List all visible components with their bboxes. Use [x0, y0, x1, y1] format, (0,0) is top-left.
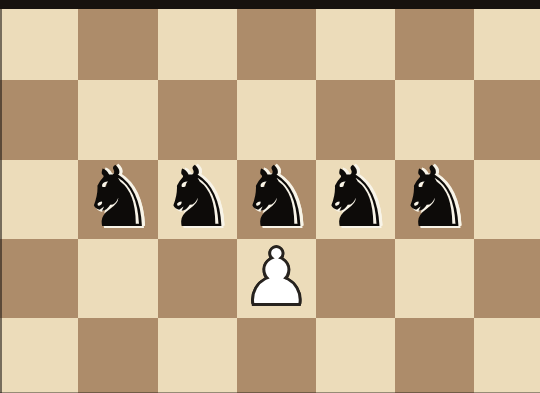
square-a8[interactable]	[0, 9, 78, 80]
square-a7[interactable]	[0, 80, 78, 160]
square-g4[interactable]	[474, 318, 540, 393]
chessboard-viewport: ♞♞♞♞♞♟	[0, 0, 540, 393]
square-d4[interactable]	[237, 318, 316, 393]
white-pawn-d5[interactable]: ♟	[242, 238, 312, 316]
square-e6[interactable]: ♞	[316, 160, 395, 239]
black-knight-d6[interactable]: ♞	[239, 155, 314, 239]
square-g7[interactable]	[474, 80, 540, 160]
square-g5[interactable]	[474, 239, 540, 318]
left-edge-shadow	[0, 0, 2, 393]
square-c8[interactable]	[158, 9, 237, 80]
black-knight-c6[interactable]: ♞	[160, 155, 235, 239]
square-b6[interactable]: ♞	[78, 160, 158, 239]
square-e5[interactable]	[316, 239, 395, 318]
black-knight-b6[interactable]: ♞	[80, 155, 155, 239]
square-c4[interactable]	[158, 318, 237, 393]
letterbox-top-bar	[0, 0, 540, 9]
black-knight-f6[interactable]: ♞	[397, 155, 472, 239]
chessboard: ♞♞♞♞♞♟	[0, 9, 540, 393]
square-a4[interactable]	[0, 318, 78, 393]
square-d5[interactable]: ♟	[237, 239, 316, 318]
square-c6[interactable]: ♞	[158, 160, 237, 239]
square-f8[interactable]	[395, 9, 474, 80]
square-a5[interactable]	[0, 239, 78, 318]
square-a6[interactable]	[0, 160, 78, 239]
square-g8[interactable]	[474, 9, 540, 80]
square-f6[interactable]: ♞	[395, 160, 474, 239]
square-f5[interactable]	[395, 239, 474, 318]
square-g6[interactable]	[474, 160, 540, 239]
square-e8[interactable]	[316, 9, 395, 80]
square-d8[interactable]	[237, 9, 316, 80]
square-d6[interactable]: ♞	[237, 160, 316, 239]
square-e4[interactable]	[316, 318, 395, 393]
square-b4[interactable]	[78, 318, 158, 393]
square-b5[interactable]	[78, 239, 158, 318]
square-b8[interactable]	[78, 9, 158, 80]
square-f4[interactable]	[395, 318, 474, 393]
black-knight-e6[interactable]: ♞	[318, 155, 393, 239]
square-c5[interactable]	[158, 239, 237, 318]
